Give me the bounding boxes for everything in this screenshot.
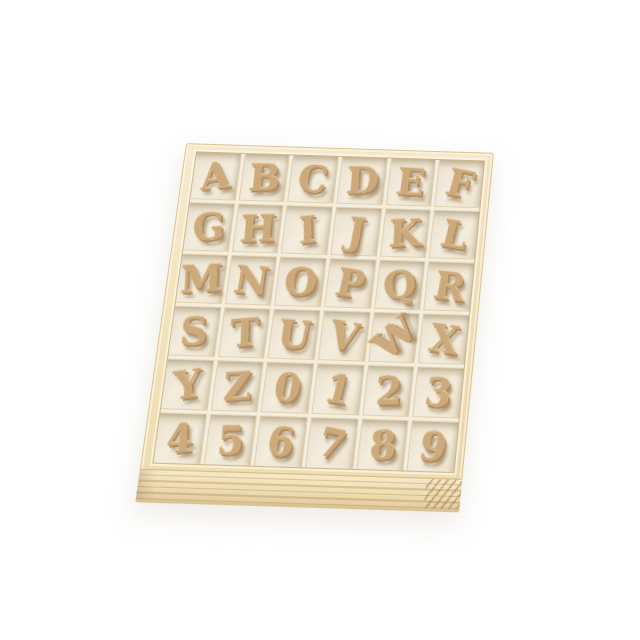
piece-F: F	[442, 163, 478, 204]
cell-6: 6	[255, 417, 307, 468]
cell-G: G	[183, 203, 233, 251]
cell-X: X	[419, 315, 469, 364]
piece-P: P	[332, 263, 368, 304]
piece-A: A	[201, 156, 230, 196]
piece-Z: Z	[222, 366, 252, 407]
piece-G: G	[192, 207, 225, 247]
cell-S: S	[169, 307, 220, 356]
piece-7: 7	[313, 421, 350, 465]
piece-M: M	[179, 259, 223, 299]
cell-2: 2	[363, 366, 413, 416]
cell-D: D	[338, 157, 387, 204]
cell-T: T	[219, 308, 270, 357]
cell-F: F	[436, 160, 484, 207]
letter-grid: A B C D E F G H I J K L M N O P Q R S T	[153, 152, 484, 472]
piece-5: 5	[215, 420, 245, 460]
cell-V: V	[319, 311, 369, 360]
cell-I: I	[282, 206, 332, 254]
piece-O: O	[282, 262, 319, 301]
piece-J: J	[344, 212, 368, 251]
cell-O: O	[275, 258, 325, 306]
cell-L: L	[430, 211, 479, 259]
cell-C: C	[288, 155, 337, 202]
cell-R: R	[425, 262, 474, 310]
piece-C: C	[295, 159, 331, 198]
product-photo: A B C D E F G H I J K L M N O P Q R S T	[0, 0, 640, 640]
cell-4: 4	[153, 413, 205, 464]
wooden-frame: A B C D E F G H I J K L M N O P Q R S T	[135, 143, 494, 512]
piece-Q: Q	[383, 264, 417, 305]
piece-V: V	[325, 314, 363, 357]
cell-W: W	[369, 313, 419, 362]
piece-T: T	[230, 313, 259, 353]
piece-N: N	[231, 260, 272, 300]
cell-5: 5	[204, 415, 256, 466]
piece-U: U	[274, 314, 314, 355]
piece-K: K	[388, 214, 422, 253]
cell-7: 7	[306, 418, 357, 469]
piece-I: I	[298, 211, 316, 250]
piece-6: 6	[264, 421, 298, 463]
cell-A: A	[190, 152, 240, 199]
piece-0: 0	[271, 367, 304, 408]
piece-D: D	[344, 162, 379, 199]
cell-Y: Y	[161, 360, 213, 410]
piece-2: 2	[374, 371, 402, 411]
piece-X: X	[426, 318, 463, 360]
piece-1: 1	[320, 368, 356, 411]
piece-8: 8	[368, 425, 397, 465]
cell-K: K	[381, 209, 430, 257]
piece-4: 4	[165, 418, 193, 460]
piece-Y: Y	[173, 363, 202, 406]
cell-8: 8	[357, 420, 408, 471]
piece-3: 3	[422, 372, 454, 413]
letter-tray-box: A B C D E F G H I J K L M N O P Q R S T	[135, 143, 494, 512]
cell-Q: Q	[375, 261, 425, 309]
piece-S: S	[179, 312, 210, 351]
piece-L: L	[437, 214, 472, 255]
cell-M: M	[176, 254, 227, 302]
piece-E: E	[394, 163, 427, 202]
piece-B: B	[247, 159, 282, 196]
cell-J: J	[331, 208, 381, 256]
cell-1: 1	[313, 364, 364, 414]
piece-W: W	[365, 309, 422, 367]
piece-R: R	[430, 266, 468, 307]
cell-N: N	[226, 256, 277, 304]
piece-H: H	[239, 209, 277, 247]
cell-U: U	[269, 310, 320, 359]
piece-9: 9	[416, 425, 450, 468]
box-front-edge	[135, 469, 462, 512]
cell-Z: Z	[212, 361, 263, 411]
cell-B: B	[239, 154, 289, 201]
cell-P: P	[325, 259, 375, 307]
cell-H: H	[233, 205, 283, 253]
cell-0: 0	[262, 363, 313, 413]
cell-3: 3	[414, 368, 464, 418]
cell-9: 9	[408, 421, 459, 472]
cell-E: E	[387, 159, 436, 206]
